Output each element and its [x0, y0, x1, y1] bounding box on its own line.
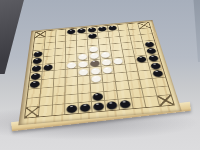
piece-highlight: [81, 62, 84, 63]
attacker-piece[interactable]: ●: [42, 62, 53, 71]
piece-highlight: [47, 65, 50, 66]
piece-highlight: [70, 106, 73, 108]
board-cell[interactable]: [158, 95, 174, 106]
piece-highlight: [111, 26, 113, 27]
piece-highlight: [37, 52, 40, 53]
piece-highlight: [153, 63, 156, 64]
piece-highlight: [151, 56, 154, 57]
attacker-piece[interactable]: ●: [79, 101, 92, 113]
piece-highlight: [35, 66, 38, 67]
piece-highlight: [34, 74, 37, 75]
defender-piece[interactable]: ●: [66, 60, 77, 69]
piece-highlight: [139, 57, 142, 58]
board-cell[interactable]: [52, 104, 66, 115]
attacker-piece[interactable]: ●: [135, 54, 148, 63]
piece-highlight: [33, 82, 36, 83]
defender-piece[interactable]: ●: [90, 73, 102, 83]
piece-highlight: [70, 30, 72, 31]
photo-scene: ●●●●●●●●●●●●●●●●●●●●●●●●●●●●●●●●●●●●●: [0, 0, 200, 150]
piece-highlight: [92, 54, 95, 55]
piece-highlight: [90, 28, 92, 29]
attacker-piece[interactable]: ●: [118, 97, 132, 109]
board-grid: ●●●●●●●●●●●●●●●●●●●●●●●●●●●●●●●●●●●●●: [24, 22, 175, 119]
board-cell[interactable]: ●: [92, 101, 106, 112]
board-cell[interactable]: [39, 105, 53, 116]
board-cell[interactable]: ●: [105, 100, 120, 111]
piece-highlight: [105, 67, 108, 68]
piece-highlight: [82, 70, 85, 71]
piece-highlight: [92, 47, 94, 48]
attacker-piece[interactable]: ●: [105, 98, 119, 110]
board-cell[interactable]: [25, 107, 39, 118]
board-cell[interactable]: ●: [66, 103, 79, 114]
piece-highlight: [155, 71, 158, 72]
piece-highlight: [81, 55, 84, 56]
piece-highlight: [91, 34, 93, 35]
piece-highlight: [149, 49, 152, 50]
piece-highlight: [80, 29, 82, 30]
attacker-piece[interactable]: ●: [29, 79, 41, 89]
piece-highlight: [93, 69, 96, 70]
board-cell[interactable]: ●: [79, 102, 93, 113]
piece-highlight: [101, 27, 103, 28]
piece-highlight: [96, 94, 99, 96]
hnefatafl-board: ●●●●●●●●●●●●●●●●●●●●●●●●●●●●●●●●●●●●●: [18, 20, 181, 125]
piece-highlight: [123, 101, 126, 103]
defender-piece[interactable]: ●: [101, 65, 113, 74]
defender-piece[interactable]: ●: [78, 67, 89, 76]
piece-highlight: [104, 60, 107, 61]
piece-highlight: [104, 53, 107, 54]
background-wall-shadow: [190, 0, 200, 62]
attacker-piece[interactable]: ●: [150, 68, 165, 78]
piece-highlight: [93, 61, 96, 62]
attacker-piece[interactable]: ●: [66, 102, 79, 114]
piece-highlight: [36, 59, 39, 60]
piece-highlight: [109, 102, 112, 104]
piece-highlight: [83, 104, 86, 106]
defender-piece[interactable]: ●: [112, 56, 124, 65]
piece-highlight: [116, 59, 119, 60]
piece-highlight: [147, 42, 150, 43]
board-perspective-wrap: ●●●●●●●●●●●●●●●●●●●●●●●●●●●●●●●●●●●●●: [18, 20, 181, 125]
attacker-piece[interactable]: ●: [92, 100, 105, 112]
piece-highlight: [94, 76, 97, 77]
piece-highlight: [70, 63, 73, 64]
piece-highlight: [96, 103, 99, 105]
